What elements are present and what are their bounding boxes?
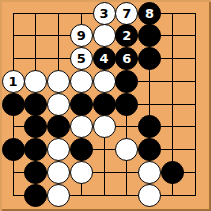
black-stone[interactable] — [138, 24, 161, 47]
move-4-stone[interactable]: 4 — [93, 47, 116, 70]
black-stone[interactable] — [24, 115, 47, 138]
black-stone[interactable] — [115, 93, 138, 116]
black-stone[interactable] — [93, 93, 116, 116]
black-stone[interactable] — [138, 115, 161, 138]
grid-line-vertical — [195, 13, 196, 196]
move-3-stone[interactable]: 3 — [93, 2, 116, 25]
white-stone[interactable] — [70, 115, 93, 138]
black-stone[interactable] — [70, 138, 93, 161]
black-stone[interactable] — [47, 115, 70, 138]
black-stone[interactable] — [24, 161, 47, 184]
move-6-stone[interactable]: 6 — [115, 47, 138, 70]
black-stone[interactable] — [138, 138, 161, 161]
go-board: 378925461 — [0, 0, 211, 211]
white-stone[interactable] — [138, 184, 161, 207]
white-stone[interactable] — [138, 161, 161, 184]
move-8-stone[interactable]: 8 — [138, 2, 161, 25]
black-stone[interactable] — [70, 93, 93, 116]
black-stone[interactable] — [2, 93, 25, 116]
black-stone[interactable] — [138, 47, 161, 70]
black-stone[interactable] — [24, 93, 47, 116]
white-stone[interactable] — [47, 161, 70, 184]
white-stone[interactable] — [93, 24, 116, 47]
move-2-stone[interactable]: 2 — [115, 24, 138, 47]
move-9-stone[interactable]: 9 — [70, 24, 93, 47]
white-stone[interactable] — [24, 70, 47, 93]
white-stone[interactable] — [70, 70, 93, 93]
black-stone[interactable] — [2, 138, 25, 161]
move-5-stone[interactable]: 5 — [70, 47, 93, 70]
white-stone[interactable] — [93, 115, 116, 138]
white-stone[interactable] — [47, 138, 70, 161]
black-stone[interactable] — [24, 184, 47, 207]
white-stone[interactable] — [47, 70, 70, 93]
move-1-stone[interactable]: 1 — [2, 70, 25, 93]
move-7-stone[interactable]: 7 — [115, 2, 138, 25]
white-stone[interactable] — [47, 93, 70, 116]
white-stone[interactable] — [70, 161, 93, 184]
white-stone[interactable] — [115, 138, 138, 161]
white-stone[interactable] — [93, 70, 116, 93]
white-stone[interactable] — [47, 184, 70, 207]
black-stone[interactable] — [161, 161, 184, 184]
black-stone[interactable] — [115, 70, 138, 93]
black-stone[interactable] — [24, 138, 47, 161]
